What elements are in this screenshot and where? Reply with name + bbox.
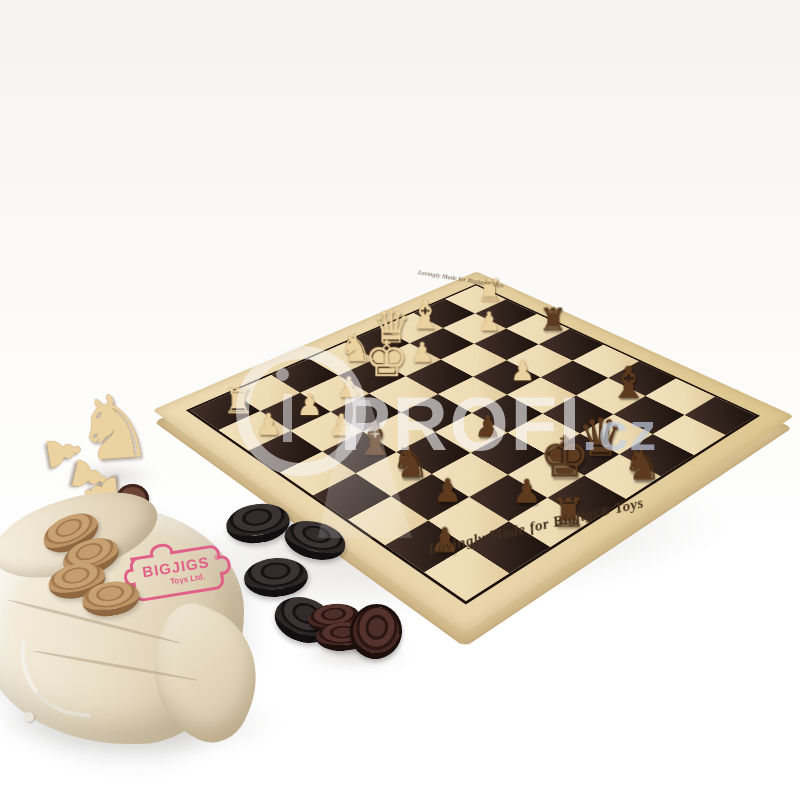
board-scene: ♜♞♛♝♜♟♟♟♚♟♟♟♜♝♟♞♟♟♝♟♟♚♛♜♞ xyxy=(245,186,699,640)
chess-board-grid: ♜♞♛♝♜♟♟♟♚♟♟♟♜♝♟♞♟♟♝♟♟♚♛♜♞ xyxy=(186,284,760,605)
product-photo-stage: ♜♞♛♝♜♟♟♟♚♟♟♟♜♝♟♞♟♟♝♟♟♚♛♜♞ Lovingly Made … xyxy=(0,0,800,800)
square-a5 xyxy=(313,473,391,519)
square-b3: ♟ xyxy=(291,412,363,452)
drawstring-knot xyxy=(24,712,34,722)
